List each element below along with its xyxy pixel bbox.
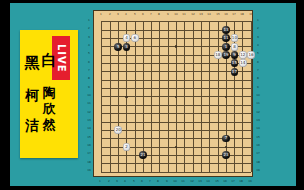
coordinate-label-top: 11: [182, 13, 186, 16]
coordinate-label-left: 1: [87, 18, 91, 21]
coordinate-label-top: 4: [124, 13, 128, 16]
coordinate-label-right: 6: [256, 60, 260, 63]
stone-black: 15: [231, 59, 239, 67]
grid-line-horizontal: [101, 63, 251, 64]
stone-black: 11: [222, 34, 230, 42]
stone-white: 14: [239, 59, 247, 67]
coordinate-label-bottom: 19: [248, 180, 252, 183]
go-board: 1234567891011121314151617181920212312345…: [93, 10, 253, 177]
coordinate-label-bottom: 6: [140, 180, 144, 183]
grid-line-horizontal: [101, 88, 251, 89]
coordinate-label-left: 15: [87, 135, 91, 138]
letterbox-bottom: [0, 186, 304, 190]
coordinate-label-bottom: 7: [148, 180, 152, 183]
stone-white: 2: [123, 143, 131, 151]
stone-white: 20: [114, 126, 122, 134]
star-point: [125, 96, 127, 98]
coordinate-label-right: 18: [256, 160, 260, 163]
white-player-name-char: 陶: [40, 86, 58, 99]
coordinate-label-top: 18: [240, 13, 244, 16]
coordinate-label-bottom: 12: [189, 180, 193, 183]
black-label: 黑: [23, 56, 41, 71]
stone-black: 3: [123, 43, 131, 51]
grid-line-horizontal: [101, 71, 251, 72]
coordinate-label-left: 10: [87, 94, 91, 97]
coordinate-label-top: 10: [174, 13, 178, 16]
coordinate-label-right: 11: [256, 102, 260, 105]
coordinate-label-bottom: 11: [181, 180, 185, 183]
stone-black: 23: [222, 151, 230, 159]
coordinate-label-top: 13: [199, 13, 203, 16]
stone-black: 21: [139, 151, 147, 159]
stone-white: 6: [131, 34, 139, 42]
grid-line-horizontal: [101, 105, 251, 106]
grid-line-horizontal: [101, 113, 251, 114]
coordinate-label-right: 14: [256, 127, 260, 130]
coordinate-label-bottom: 13: [198, 180, 202, 183]
stone-black: 1: [222, 43, 230, 51]
letterbox-left: [0, 0, 10, 190]
coordinate-label-top: 8: [157, 13, 161, 16]
coordinate-label-bottom: 18: [239, 180, 243, 183]
coordinate-label-left: 18: [87, 160, 91, 163]
coordinate-label-top: 9: [166, 13, 170, 16]
letterbox-right: [296, 0, 304, 190]
grid-line-horizontal: [101, 130, 251, 131]
coordinate-label-top: 3: [116, 13, 120, 16]
coordinate-label-right: 2: [256, 27, 260, 30]
white-player-name-char: 然: [40, 118, 58, 131]
coordinate-label-left: 12: [87, 110, 91, 113]
coordinate-label-left: 5: [87, 52, 91, 55]
coordinate-label-bottom: 10: [173, 180, 177, 183]
white-player-name-char: 欣: [40, 102, 58, 115]
coordinate-label-right: 8: [256, 77, 260, 80]
stone-black: 7: [222, 135, 230, 143]
coordinate-label-left: 19: [87, 169, 91, 172]
coordinate-label-bottom: 4: [123, 180, 127, 183]
stone-black: 17: [231, 68, 239, 76]
coordinate-label-left: 13: [87, 119, 91, 122]
coordinate-label-right: 19: [256, 169, 260, 172]
coordinate-label-bottom: 8: [156, 180, 160, 183]
coordinate-label-bottom: 16: [223, 180, 227, 183]
coordinate-label-right: 15: [256, 135, 260, 138]
coordinate-label-top: 16: [224, 13, 228, 16]
coordinate-label-left: 4: [87, 43, 91, 46]
coordinate-label-right: 17: [256, 152, 260, 155]
coordinate-label-top: 15: [215, 13, 219, 16]
star-point: [225, 96, 227, 98]
coordinate-label-bottom: 15: [214, 180, 218, 183]
coordinate-label-bottom: 2: [106, 180, 110, 183]
coordinate-label-right: 1: [256, 18, 260, 21]
coordinate-label-bottom: 1: [98, 180, 102, 183]
coordinate-label-top: 12: [190, 13, 194, 16]
stone-black: 9: [231, 51, 239, 59]
stone-white: 12: [239, 51, 247, 59]
stone-black: 19: [222, 51, 230, 59]
coordinate-label-bottom: 5: [131, 180, 135, 183]
stone-white: 16: [247, 51, 255, 59]
coordinate-label-left: 8: [87, 77, 91, 80]
black-player-name-char: 洁: [23, 118, 41, 132]
coordinate-label-right: 13: [256, 119, 260, 122]
player-panel: LIVE 黑 白 柯 洁 陶 欣 然: [20, 30, 78, 158]
coordinate-label-top: 2: [107, 13, 111, 16]
coordinate-label-right: 16: [256, 144, 260, 147]
coordinate-label-bottom: 17: [231, 180, 235, 183]
coordinate-label-top: 14: [207, 13, 211, 16]
coordinate-label-top: 7: [149, 13, 153, 16]
grid-line-horizontal: [101, 172, 251, 173]
stone-white: 8: [231, 43, 239, 51]
grid-line-horizontal: [101, 21, 251, 22]
black-player-name-char: 柯: [23, 88, 41, 102]
coordinate-label-bottom: 14: [206, 180, 210, 183]
coordinate-label-top: 6: [141, 13, 145, 16]
coordinate-label-right: 3: [256, 35, 260, 38]
grid-line-horizontal: [101, 122, 251, 123]
coordinate-label-left: 14: [87, 127, 91, 130]
coordinate-label-right: 4: [256, 43, 260, 46]
stone-white: 4: [123, 34, 131, 42]
stone-white: 18: [214, 51, 222, 59]
coordinate-label-right: 7: [256, 68, 260, 71]
coordinate-label-top: 19: [249, 13, 253, 16]
coordinate-label-top: 1: [99, 13, 103, 16]
stone-black: 13: [222, 26, 230, 34]
coordinate-label-left: 16: [87, 144, 91, 147]
coordinate-label-bottom: 3: [115, 180, 119, 183]
coordinate-label-top: 5: [132, 13, 136, 16]
grid-line-horizontal: [101, 80, 251, 81]
coordinate-label-top: 17: [232, 13, 236, 16]
coordinate-label-left: 9: [87, 85, 91, 88]
coordinate-label-left: 17: [87, 152, 91, 155]
stone-black: 5: [114, 43, 122, 51]
white-label: 白: [40, 53, 58, 68]
broadcast-frame: LIVE 黑 白 柯 洁 陶 欣 然 123456789101112131415…: [0, 0, 304, 190]
coordinate-label-bottom: 9: [165, 180, 169, 183]
coordinate-label-left: 11: [87, 102, 91, 105]
stone-white: 10: [231, 34, 239, 42]
grid-line-horizontal: [101, 163, 251, 164]
letterbox-top: [0, 0, 304, 3]
coordinate-label-left: 7: [87, 68, 91, 71]
star-point: [225, 146, 227, 148]
coordinate-label-left: 2: [87, 27, 91, 30]
coordinate-label-left: 3: [87, 35, 91, 38]
coordinate-label-left: 6: [87, 60, 91, 63]
coordinate-label-right: 12: [256, 110, 260, 113]
coordinate-label-right: 5: [256, 52, 260, 55]
coordinate-label-right: 10: [256, 94, 260, 97]
coordinate-label-right: 9: [256, 85, 260, 88]
